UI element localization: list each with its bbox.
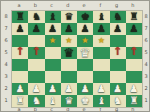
square-f3[interactable] bbox=[93, 71, 109, 83]
square-d6[interactable]: ★ bbox=[61, 35, 77, 47]
square-a5[interactable]: ↑ bbox=[12, 47, 28, 59]
square-f4[interactable] bbox=[93, 59, 109, 71]
white-rook-h1[interactable]: ♜ bbox=[126, 95, 142, 107]
black-pawn-e7[interactable]: ♟ bbox=[77, 23, 93, 35]
square-c8[interactable]: ♝ bbox=[45, 11, 61, 23]
chess-board: ♜♞♝♛♚♝♞♜♟♟♟♟♟♟♟♟★★★★↑↑♛♛↑↑♟♟♟♟♟♟♟♟♜♞♝♛♚♝… bbox=[11, 10, 143, 108]
white-knight-g1[interactable]: ♞ bbox=[110, 95, 126, 107]
white-king-e1[interactable]: ♚ bbox=[77, 95, 93, 107]
star-marker-d6: ★ bbox=[61, 35, 77, 47]
square-d8[interactable]: ♛ bbox=[61, 11, 77, 23]
black-pawn-g7[interactable]: ♟ bbox=[110, 23, 126, 35]
square-b8[interactable]: ♞ bbox=[28, 11, 44, 23]
rank-label-7: 7 bbox=[1, 22, 11, 34]
file-labels-top: abcdefgh bbox=[11, 1, 141, 10]
arrow-marker-g5: ↑ bbox=[110, 45, 126, 57]
square-f1[interactable]: ♝ bbox=[93, 95, 109, 107]
white-knight-b1[interactable]: ♞ bbox=[28, 95, 44, 107]
square-g6[interactable] bbox=[110, 35, 126, 47]
black-queen-d8[interactable]: ♛ bbox=[61, 11, 77, 23]
black-pawn-h7[interactable]: ♟ bbox=[126, 23, 142, 35]
file-label-c: c bbox=[44, 1, 60, 10]
square-g8[interactable]: ♞ bbox=[110, 11, 126, 23]
square-a7[interactable]: ♟ bbox=[12, 23, 28, 35]
square-e3[interactable] bbox=[77, 71, 93, 83]
square-f5[interactable] bbox=[93, 47, 109, 59]
black-bishop-c8[interactable]: ♝ bbox=[45, 11, 61, 23]
black-bishop-f8[interactable]: ♝ bbox=[93, 11, 109, 23]
file-label-h: h bbox=[125, 1, 141, 10]
square-c4[interactable] bbox=[45, 59, 61, 71]
demo-board-photo: abcdefgh abcdefgh 87654321 87654321 ♜♞♝♛… bbox=[0, 0, 150, 112]
white-pawn-b2[interactable]: ♟ bbox=[28, 83, 44, 95]
white-bishop-c1[interactable]: ♝ bbox=[45, 95, 61, 107]
arrow-marker-a5: ↑ bbox=[12, 45, 28, 57]
square-b7[interactable]: ♟ bbox=[28, 23, 44, 35]
square-b3[interactable] bbox=[28, 71, 44, 83]
file-label-f: f bbox=[92, 1, 108, 10]
white-rook-a1[interactable]: ♜ bbox=[12, 95, 28, 107]
square-b1[interactable]: ♞ bbox=[28, 95, 44, 107]
square-g7[interactable]: ♟ bbox=[110, 23, 126, 35]
square-c2[interactable]: ♟ bbox=[45, 83, 61, 95]
square-h5[interactable]: ↑ bbox=[126, 47, 142, 59]
star-marker-c6: ★ bbox=[45, 35, 61, 47]
square-a1[interactable]: ♜ bbox=[12, 95, 28, 107]
white-pawn-h2[interactable]: ♟ bbox=[126, 83, 142, 95]
white-pawn-g2[interactable]: ♟ bbox=[110, 83, 126, 95]
square-h6[interactable] bbox=[126, 35, 142, 47]
square-d7[interactable]: ♟ bbox=[61, 23, 77, 35]
square-h2[interactable]: ♟ bbox=[126, 83, 142, 95]
black-pawn-f7[interactable]: ♟ bbox=[93, 23, 109, 35]
square-b4[interactable] bbox=[28, 59, 44, 71]
black-knight-g8[interactable]: ♞ bbox=[110, 11, 126, 23]
square-d3[interactable] bbox=[61, 71, 77, 83]
square-h8[interactable]: ♜ bbox=[126, 11, 142, 23]
square-c1[interactable]: ♝ bbox=[45, 95, 61, 107]
rank-label-4: 4 bbox=[1, 58, 11, 70]
file-label-g: g bbox=[109, 1, 125, 10]
black-queen-d5[interactable]: ♛ bbox=[61, 47, 77, 59]
square-h1[interactable]: ♜ bbox=[126, 95, 142, 107]
square-c5[interactable] bbox=[45, 47, 61, 59]
square-d2[interactable]: ♟ bbox=[61, 83, 77, 95]
square-a6[interactable] bbox=[12, 35, 28, 47]
square-c7[interactable]: ♟ bbox=[45, 23, 61, 35]
square-b2[interactable]: ♟ bbox=[28, 83, 44, 95]
square-g2[interactable]: ♟ bbox=[110, 83, 126, 95]
black-rook-h8[interactable]: ♜ bbox=[126, 11, 142, 23]
square-e4[interactable] bbox=[77, 59, 93, 71]
square-a3[interactable] bbox=[12, 71, 28, 83]
square-g5[interactable]: ↑ bbox=[110, 47, 126, 59]
file-label-b: b bbox=[27, 1, 43, 10]
black-rook-a8[interactable]: ♜ bbox=[12, 11, 28, 23]
rank-label-1: 1 bbox=[1, 94, 11, 106]
square-a4[interactable] bbox=[12, 59, 28, 71]
square-d5[interactable]: ♛ bbox=[61, 47, 77, 59]
white-pawn-d2[interactable]: ♟ bbox=[61, 83, 77, 95]
black-pawn-d7[interactable]: ♟ bbox=[61, 23, 77, 35]
black-knight-b8[interactable]: ♞ bbox=[28, 11, 44, 23]
star-marker-f6: ★ bbox=[93, 35, 109, 47]
file-label-e: e bbox=[76, 1, 92, 10]
file-label-d: d bbox=[60, 1, 76, 10]
square-h4[interactable] bbox=[126, 59, 142, 71]
square-a2[interactable]: ♟ bbox=[12, 83, 28, 95]
square-d1[interactable]: ♛ bbox=[61, 95, 77, 107]
square-h3[interactable] bbox=[126, 71, 142, 83]
square-a8[interactable]: ♜ bbox=[12, 11, 28, 23]
rank-label-2: 2 bbox=[1, 82, 11, 94]
square-f2[interactable]: ♟ bbox=[93, 83, 109, 95]
square-e5[interactable]: ♛ bbox=[77, 47, 93, 59]
white-pawn-a2[interactable]: ♟ bbox=[12, 83, 28, 95]
square-g3[interactable] bbox=[110, 71, 126, 83]
square-h7[interactable]: ♟ bbox=[126, 23, 142, 35]
square-e8[interactable]: ♚ bbox=[77, 11, 93, 23]
star-marker-e6: ★ bbox=[77, 35, 93, 47]
square-b6[interactable] bbox=[28, 35, 44, 47]
square-g4[interactable] bbox=[110, 59, 126, 71]
arrow-marker-h5: ↑ bbox=[126, 45, 142, 57]
arrow-marker-b5: ↑ bbox=[28, 45, 44, 57]
rank-label-8: 8 bbox=[1, 10, 11, 22]
square-f6[interactable]: ★ bbox=[93, 35, 109, 47]
square-c6[interactable]: ★ bbox=[45, 35, 61, 47]
white-pawn-f2[interactable]: ♟ bbox=[93, 83, 109, 95]
black-pawn-c7[interactable]: ♟ bbox=[45, 23, 61, 35]
white-queen-d1[interactable]: ♛ bbox=[61, 95, 77, 107]
square-e2[interactable]: ♟ bbox=[77, 83, 93, 95]
rank-label-6: 6 bbox=[1, 34, 11, 46]
square-c3[interactable] bbox=[45, 71, 61, 83]
rank-label-3: 3 bbox=[1, 70, 11, 82]
square-g1[interactable]: ♞ bbox=[110, 95, 126, 107]
white-pawn-e2[interactable]: ♟ bbox=[77, 83, 93, 95]
square-b5[interactable]: ↑ bbox=[28, 47, 44, 59]
white-bishop-f1[interactable]: ♝ bbox=[93, 95, 109, 107]
square-e6[interactable]: ★ bbox=[77, 35, 93, 47]
black-pawn-a7[interactable]: ♟ bbox=[12, 23, 28, 35]
black-king-e8[interactable]: ♚ bbox=[77, 11, 93, 23]
file-label-a: a bbox=[11, 1, 27, 10]
black-pawn-b7[interactable]: ♟ bbox=[28, 23, 44, 35]
square-e1[interactable]: ♚ bbox=[77, 95, 93, 107]
white-queen-e5[interactable]: ♛ bbox=[77, 47, 93, 59]
square-d4[interactable] bbox=[61, 59, 77, 71]
square-e7[interactable]: ♟ bbox=[77, 23, 93, 35]
square-f8[interactable]: ♝ bbox=[93, 11, 109, 23]
white-pawn-c2[interactable]: ♟ bbox=[45, 83, 61, 95]
square-f7[interactable]: ♟ bbox=[93, 23, 109, 35]
rank-label-5: 5 bbox=[1, 46, 11, 58]
rank-labels-left: 87654321 bbox=[1, 10, 11, 106]
